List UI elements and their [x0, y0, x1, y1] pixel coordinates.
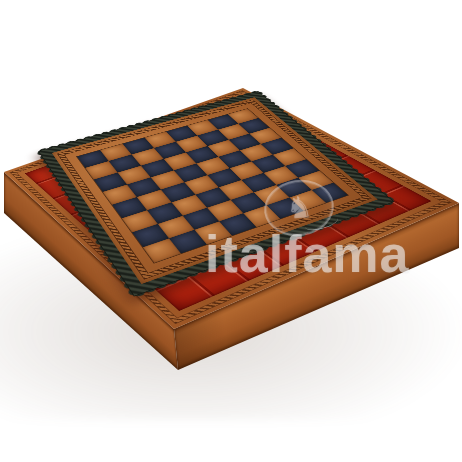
product-photo-stage: ♞ italfama — [0, 0, 462, 462]
brand-watermark-text: italfama — [205, 226, 410, 283]
